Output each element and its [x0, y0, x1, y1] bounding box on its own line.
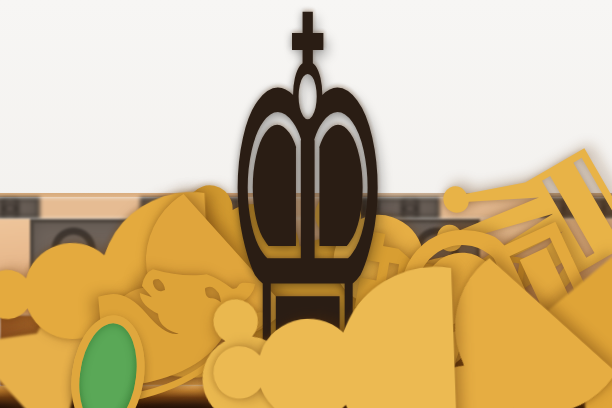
fallen-light-pawn-front: ♟ — [170, 198, 511, 408]
chess-photo: ♚ ♟ ♝ ♟ ♟ ♞ ♛ ♟ ♜ ♚ ♟ ♟ ♟ ♟ — [0, 0, 612, 408]
